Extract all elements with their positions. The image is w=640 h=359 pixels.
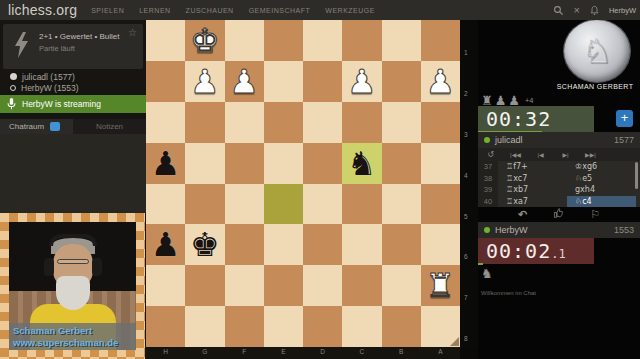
move-row: 37♖f7+♔xg6 bbox=[478, 161, 640, 173]
square-b7[interactable] bbox=[382, 265, 421, 306]
game-info-box: 2+1 • Gewertet • Bullet Partie läuft ☆ j… bbox=[3, 24, 143, 69]
move-37-black[interactable]: ♔xg6 bbox=[567, 161, 636, 173]
top-nav: lichess.org SPIELENLERNENZUSCHAUENGEMEIN… bbox=[0, 0, 640, 20]
square-h7[interactable] bbox=[146, 265, 185, 306]
square-g3[interactable] bbox=[185, 102, 224, 143]
headphone-cup-right bbox=[92, 258, 102, 276]
white-rook[interactable]: ♜ bbox=[421, 265, 460, 306]
give-time-button[interactable]: + bbox=[616, 110, 633, 127]
rank-label-3: 3 bbox=[464, 131, 468, 138]
file-label-h: H bbox=[146, 348, 185, 355]
square-c1[interactable] bbox=[342, 20, 381, 61]
square-a7[interactable]: ♜ bbox=[421, 265, 460, 306]
square-g8[interactable] bbox=[185, 306, 224, 347]
webcam-video: Schaman Gerbert www.superschaman.de bbox=[9, 222, 136, 350]
nav-right: × HerbyW bbox=[553, 0, 636, 20]
online-dot bbox=[484, 227, 490, 233]
square-e4[interactable] bbox=[264, 143, 303, 184]
move-38-white[interactable]: ♖xc7 bbox=[498, 173, 567, 185]
black-player-rating: 1553 bbox=[614, 225, 634, 235]
square-e7[interactable] bbox=[264, 265, 303, 306]
game-actions: ↶ ⚐ bbox=[478, 207, 640, 221]
first-move-icon[interactable]: |◀◀ bbox=[503, 151, 528, 158]
move-number: 39 bbox=[478, 184, 498, 196]
black-clock-progress bbox=[478, 263, 483, 265]
file-label-f: F bbox=[225, 348, 264, 355]
bullet-icon bbox=[13, 32, 29, 58]
streamer-name: Schaman Gerbert bbox=[13, 325, 136, 337]
file-label-g: G bbox=[185, 348, 224, 355]
time-control-label: 2+1 • Gewertet • Bullet bbox=[39, 32, 120, 41]
hand-icon[interactable] bbox=[553, 207, 564, 221]
captured-piece: ♞ bbox=[481, 266, 493, 281]
file-label-a: A bbox=[421, 348, 460, 355]
player-row-black[interactable]: HerbyW 1553 bbox=[478, 222, 640, 238]
flag-icon[interactable]: ⚐ bbox=[590, 207, 600, 221]
menu-lernen[interactable]: LERNEN bbox=[139, 7, 170, 14]
move-list-scrollbar[interactable] bbox=[635, 162, 638, 189]
square-e3[interactable] bbox=[264, 102, 303, 143]
square-a2[interactable]: ♟ bbox=[421, 61, 460, 102]
username[interactable]: HerbyW bbox=[609, 6, 636, 15]
square-f7[interactable] bbox=[225, 265, 264, 306]
black-king[interactable]: ♚ bbox=[185, 224, 224, 265]
move-number: 37 bbox=[478, 161, 498, 173]
move-row: 39♖xb7gxh4 bbox=[478, 184, 640, 196]
rank-label-5: 5 bbox=[464, 213, 468, 220]
takeback-icon[interactable]: ↶ bbox=[518, 207, 527, 221]
headphone-cup-left bbox=[44, 258, 54, 276]
player-white-line[interactable]: julicadl (1577) bbox=[10, 71, 75, 82]
square-h5[interactable] bbox=[146, 184, 185, 225]
square-d4[interactable] bbox=[303, 143, 342, 184]
black-knight[interactable]: ♞ bbox=[342, 143, 381, 184]
menu-spielen[interactable]: SPIELEN bbox=[91, 7, 124, 14]
black-color-icon bbox=[10, 85, 16, 91]
square-a5[interactable] bbox=[421, 184, 460, 225]
move-38-black[interactable]: ♘e5 bbox=[567, 173, 636, 185]
square-d6[interactable] bbox=[303, 224, 342, 265]
file-coordinates: HGFEDCBA bbox=[146, 347, 460, 359]
rank-coordinates: 12345678 bbox=[460, 20, 478, 347]
square-h8[interactable] bbox=[146, 306, 185, 347]
chat-tabs: Chatraum Notizen bbox=[0, 119, 146, 134]
white-pawn[interactable]: ♟ bbox=[225, 61, 264, 102]
square-g6[interactable]: ♚ bbox=[185, 224, 224, 265]
square-f6[interactable] bbox=[225, 224, 264, 265]
streaming-banner[interactable]: HerbyW is streaming bbox=[0, 95, 146, 113]
main-menu: SPIELENLERNENZUSCHAUENGEMEINSCHAFTWERKZE… bbox=[91, 7, 375, 14]
square-d3[interactable] bbox=[303, 102, 342, 143]
black-pawn[interactable]: ♟ bbox=[146, 143, 185, 184]
square-b5[interactable] bbox=[382, 184, 421, 225]
move-40-white[interactable]: ♖xa7 bbox=[498, 196, 567, 208]
square-e6[interactable] bbox=[264, 224, 303, 265]
square-b1[interactable] bbox=[382, 20, 421, 61]
white-pawn[interactable]: ♟ bbox=[421, 61, 460, 102]
bell-icon[interactable] bbox=[589, 5, 600, 16]
menu-gemeinschaft[interactable]: GEMEINSCHAFT bbox=[249, 7, 311, 14]
lichess-app: lichess.org SPIELENLERNENZUSCHAUENGEMEIN… bbox=[0, 0, 640, 359]
square-h3[interactable] bbox=[146, 102, 185, 143]
tab-chatraum[interactable]: Chatraum bbox=[0, 119, 73, 134]
next-move-icon[interactable]: ▶| bbox=[553, 151, 578, 158]
file-label-b: B bbox=[382, 348, 421, 355]
bookmark-star-icon[interactable]: ☆ bbox=[128, 27, 137, 38]
move-number: 38 bbox=[478, 173, 498, 185]
lichess-logo[interactable]: lichess.org bbox=[8, 2, 77, 18]
square-c2[interactable]: ♟ bbox=[342, 61, 381, 102]
white-player-rating: 1577 bbox=[614, 135, 634, 145]
square-c7[interactable] bbox=[342, 265, 381, 306]
square-d5[interactable] bbox=[303, 184, 342, 225]
prev-move-icon[interactable]: |◀ bbox=[528, 151, 553, 158]
white-pawn[interactable]: ♟ bbox=[185, 61, 224, 102]
chat-welcome-text: Willkommen im Chat bbox=[481, 290, 536, 296]
black-pawn[interactable]: ♟ bbox=[146, 224, 185, 265]
square-h1[interactable] bbox=[146, 20, 185, 61]
square-b3[interactable] bbox=[382, 102, 421, 143]
menu-zuschauen[interactable]: ZUSCHAUEN bbox=[186, 7, 234, 14]
material-advantage: +4 bbox=[525, 96, 534, 105]
black-player-name[interactable]: HerbyW bbox=[495, 225, 528, 235]
game-status-label: Partie läuft bbox=[39, 44, 75, 53]
square-f8[interactable] bbox=[225, 306, 264, 347]
square-b6[interactable] bbox=[382, 224, 421, 265]
rank-label-1: 1 bbox=[464, 49, 468, 56]
move-40-black[interactable]: ♘c4 bbox=[567, 196, 636, 208]
square-g5[interactable] bbox=[185, 184, 224, 225]
streamer-brand-title: SCHAMAN GERBERT bbox=[552, 83, 638, 90]
square-e5[interactable] bbox=[264, 184, 303, 225]
streamer-beard bbox=[56, 276, 90, 310]
square-g4[interactable] bbox=[185, 143, 224, 184]
white-king[interactable]: ♚ bbox=[185, 20, 224, 61]
webcam-caption: Schaman Gerbert www.superschaman.de bbox=[9, 323, 136, 350]
file-label-c: C bbox=[342, 348, 381, 355]
square-f3[interactable] bbox=[225, 102, 264, 143]
online-dot bbox=[484, 137, 490, 143]
square-f1[interactable] bbox=[225, 20, 264, 61]
square-f5[interactable] bbox=[225, 184, 264, 225]
game-side-panel: ♘ SCHAMAN GERBERT ♜♟♟+4 00:32 + julicadl… bbox=[478, 20, 640, 359]
move-row: 38♖xc7♘e5 bbox=[478, 173, 640, 185]
white-clock: 00:32 bbox=[478, 106, 594, 132]
square-d7[interactable] bbox=[303, 265, 342, 306]
square-d1[interactable] bbox=[303, 20, 342, 61]
file-label-e: E bbox=[264, 348, 303, 355]
square-e2[interactable] bbox=[264, 61, 303, 102]
square-b2[interactable] bbox=[382, 61, 421, 102]
square-c5[interactable] bbox=[342, 184, 381, 225]
player-row-white[interactable]: julicadl 1577 bbox=[478, 132, 640, 148]
headphones-icon bbox=[49, 234, 97, 246]
clock-tenths: .1 bbox=[551, 247, 565, 261]
tab-notizen[interactable]: Notizen bbox=[73, 119, 146, 134]
square-b4[interactable] bbox=[382, 143, 421, 184]
streamer-logo-coin: ♘ bbox=[564, 20, 630, 82]
square-c4[interactable]: ♞ bbox=[342, 143, 381, 184]
square-c8[interactable] bbox=[342, 306, 381, 347]
black-clock: 00:02 .1 bbox=[478, 238, 594, 264]
square-f2[interactable]: ♟ bbox=[225, 61, 264, 102]
square-b8[interactable] bbox=[382, 306, 421, 347]
file-label-d: D bbox=[303, 348, 342, 355]
square-e8[interactable] bbox=[264, 306, 303, 347]
rank-label-2: 2 bbox=[464, 90, 468, 97]
last-move-icon[interactable]: ▶▶| bbox=[578, 151, 603, 158]
white-player-name[interactable]: julicadl bbox=[495, 135, 523, 145]
microphone-icon bbox=[7, 98, 16, 110]
white-pawn[interactable]: ♟ bbox=[342, 61, 381, 102]
left-sidebar: 2+1 • Gewertet • Bullet Partie läuft ☆ j… bbox=[0, 20, 146, 359]
square-f4[interactable] bbox=[225, 143, 264, 184]
streamer-url: www.superschaman.de bbox=[13, 337, 136, 349]
glasses bbox=[57, 259, 89, 264]
square-h6[interactable]: ♟ bbox=[146, 224, 185, 265]
move-number: 40 bbox=[478, 196, 498, 208]
square-a1[interactable] bbox=[421, 20, 460, 61]
rank-label-8: 8 bbox=[464, 335, 468, 342]
chat-toggle[interactable] bbox=[50, 122, 60, 131]
chat-messages-area[interactable] bbox=[0, 134, 146, 213]
square-e1[interactable] bbox=[264, 20, 303, 61]
captured-pieces-bottom: ♞ bbox=[481, 266, 493, 281]
square-g2[interactable]: ♟ bbox=[185, 61, 224, 102]
board-resize-handle[interactable] bbox=[450, 337, 459, 346]
square-g7[interactable] bbox=[185, 265, 224, 306]
replay-controls: ↺|◀◀|◀▶|▶▶| bbox=[478, 148, 640, 161]
white-color-icon bbox=[10, 73, 17, 80]
move-row: 40♖xa7♘c4 bbox=[478, 196, 640, 208]
move-39-black[interactable]: gxh4 bbox=[567, 184, 636, 196]
search-icon[interactable] bbox=[553, 5, 564, 16]
challenge-icon[interactable]: × bbox=[573, 5, 579, 16]
square-g1[interactable]: ♚ bbox=[185, 20, 224, 61]
rank-label-7: 7 bbox=[464, 294, 468, 301]
player-black-line[interactable]: HerbyW (1553) bbox=[10, 82, 79, 93]
coin-horse-icon: ♘ bbox=[582, 31, 612, 71]
menu-werkzeuge[interactable]: WERKZEUGE bbox=[325, 7, 375, 14]
square-d2[interactable] bbox=[303, 61, 342, 102]
square-h2[interactable] bbox=[146, 61, 185, 102]
webcam-overlay: Schaman Gerbert www.superschaman.de bbox=[0, 213, 145, 359]
rank-label-4: 4 bbox=[464, 172, 468, 179]
square-a3[interactable] bbox=[421, 102, 460, 143]
square-a4[interactable] bbox=[421, 143, 460, 184]
chess-board: ♚♟♟♟♟♟♞♟♚♜ bbox=[146, 20, 460, 347]
cycle-icon[interactable]: ↺ bbox=[478, 150, 503, 159]
move-39-white[interactable]: ♖xb7 bbox=[498, 184, 567, 196]
square-d8[interactable] bbox=[303, 306, 342, 347]
rank-label-6: 6 bbox=[464, 253, 468, 260]
move-list: 37♖f7+♔xg638♖xc7♘e539♖xb7gxh440♖xa7♘c4 bbox=[478, 161, 640, 207]
square-c6[interactable] bbox=[342, 224, 381, 265]
square-h4[interactable]: ♟ bbox=[146, 143, 185, 184]
square-a6[interactable] bbox=[421, 224, 460, 265]
square-c3[interactable] bbox=[342, 102, 381, 143]
move-37-white[interactable]: ♖f7+ bbox=[498, 161, 567, 173]
